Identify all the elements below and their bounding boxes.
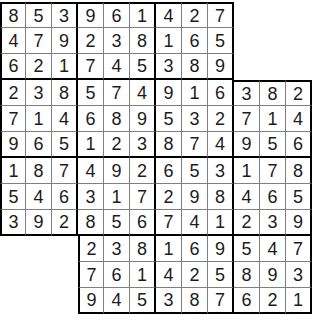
cell-r8c5[interactable]: 1 (104, 184, 130, 210)
cell-r6c5[interactable]: 2 (104, 132, 130, 158)
page: 8539614274792381656217453892385749163827… (0, 0, 312, 320)
cell-r7c10[interactable]: 1 (234, 158, 260, 184)
cell-r10c8[interactable]: 6 (182, 236, 208, 262)
cell-r6c2[interactable]: 6 (26, 132, 52, 158)
cell-r3c7[interactable]: 3 (156, 54, 182, 80)
cell-r9c2[interactable]: 9 (26, 210, 52, 236)
cell-r7c1[interactable]: 1 (0, 158, 26, 184)
cell-r2c4[interactable]: 2 (78, 28, 104, 54)
cell-r2c2[interactable]: 7 (26, 28, 52, 54)
cell-r3c6[interactable]: 5 (130, 54, 156, 80)
cell-r12c5[interactable]: 4 (104, 288, 130, 314)
empty-space (0, 262, 26, 288)
cell-r8c6[interactable]: 7 (130, 184, 156, 210)
cell-r5c8[interactable]: 3 (182, 106, 208, 132)
empty-space (260, 28, 286, 54)
cell-r8c2[interactable]: 4 (26, 184, 52, 210)
cell-r1c5[interactable]: 6 (104, 2, 130, 28)
cell-r4c5[interactable]: 7 (104, 80, 130, 106)
cell-r6c4[interactable]: 1 (78, 132, 104, 158)
cell-r6c7[interactable]: 8 (156, 132, 182, 158)
cell-r1c1[interactable]: 8 (0, 2, 26, 28)
cell-r5c2[interactable]: 1 (26, 106, 52, 132)
cell-r6c9[interactable]: 4 (208, 132, 234, 158)
cell-r4c1[interactable]: 2 (0, 80, 26, 106)
cell-r12c8[interactable]: 8 (182, 288, 208, 314)
cell-r7c5[interactable]: 9 (104, 158, 130, 184)
empty-space (286, 28, 312, 54)
cell-r12c9[interactable]: 7 (208, 288, 234, 314)
cell-r2c6[interactable]: 8 (130, 28, 156, 54)
cell-r1c9[interactable]: 7 (208, 2, 234, 28)
cell-r7c2[interactable]: 8 (26, 158, 52, 184)
cell-r3c4[interactable]: 7 (78, 54, 104, 80)
cell-r11c7[interactable]: 4 (156, 262, 182, 288)
cell-r6c8[interactable]: 7 (182, 132, 208, 158)
cell-r11c6[interactable]: 1 (130, 262, 156, 288)
cell-r9c11[interactable]: 3 (260, 210, 286, 236)
cell-r2c3[interactable]: 9 (52, 28, 78, 54)
empty-space (286, 54, 312, 80)
cell-r1c8[interactable]: 2 (182, 2, 208, 28)
cell-r11c4[interactable]: 7 (78, 262, 104, 288)
empty-space (234, 54, 260, 80)
cell-r8c4[interactable]: 3 (78, 184, 104, 210)
cell-r6c6[interactable]: 3 (130, 132, 156, 158)
cell-r1c6[interactable]: 1 (130, 2, 156, 28)
cell-r4c7[interactable]: 9 (156, 80, 182, 106)
cell-r10c4[interactable]: 2 (78, 236, 104, 262)
cell-r5c10[interactable]: 7 (234, 106, 260, 132)
cell-r9c5[interactable]: 5 (104, 210, 130, 236)
cell-r2c1[interactable]: 4 (0, 28, 26, 54)
cell-r3c3[interactable]: 1 (52, 54, 78, 80)
cell-r10c12[interactable]: 7 (286, 236, 312, 262)
cell-r9c12[interactable]: 9 (286, 210, 312, 236)
empty-space (286, 2, 312, 28)
cell-r1c4[interactable]: 9 (78, 2, 104, 28)
twin-sudoku-board: 8539614274792381656217453892385749163827… (0, 2, 312, 314)
cell-r11c5[interactable]: 6 (104, 262, 130, 288)
cell-r10c11[interactable]: 4 (260, 236, 286, 262)
cell-r2c7[interactable]: 1 (156, 28, 182, 54)
cell-r9c9[interactable]: 1 (208, 210, 234, 236)
cell-r12c10[interactable]: 6 (234, 288, 260, 314)
cell-r8c7[interactable]: 2 (156, 184, 182, 210)
empty-space (234, 2, 260, 28)
cell-r11c10[interactable]: 8 (234, 262, 260, 288)
empty-space (26, 288, 52, 314)
cell-r10c6[interactable]: 8 (130, 236, 156, 262)
cell-r8c8[interactable]: 9 (182, 184, 208, 210)
cell-r5c9[interactable]: 2 (208, 106, 234, 132)
cell-r9c8[interactable]: 4 (182, 210, 208, 236)
empty-space (52, 236, 78, 262)
cell-r8c11[interactable]: 6 (260, 184, 286, 210)
cell-r1c2[interactable]: 5 (26, 2, 52, 28)
cell-r9c7[interactable]: 7 (156, 210, 182, 236)
cell-r9c3[interactable]: 2 (52, 210, 78, 236)
cell-r3c9[interactable]: 9 (208, 54, 234, 80)
empty-space (52, 288, 78, 314)
cell-r2c5[interactable]: 3 (104, 28, 130, 54)
empty-space (260, 2, 286, 28)
empty-space (52, 262, 78, 288)
cell-r9c10[interactable]: 2 (234, 210, 260, 236)
cell-r3c1[interactable]: 6 (0, 54, 26, 80)
cell-r3c5[interactable]: 4 (104, 54, 130, 80)
cell-r12c6[interactable]: 5 (130, 288, 156, 314)
cell-r6c10[interactable]: 9 (234, 132, 260, 158)
cell-r12c12[interactable]: 1 (286, 288, 312, 314)
empty-space (234, 28, 260, 54)
cell-r7c8[interactable]: 5 (182, 158, 208, 184)
cell-r6c11[interactable]: 5 (260, 132, 286, 158)
cell-r8c9[interactable]: 8 (208, 184, 234, 210)
cell-r10c10[interactable]: 5 (234, 236, 260, 262)
cell-r4c11[interactable]: 8 (260, 80, 286, 106)
cell-r2c9[interactable]: 5 (208, 28, 234, 54)
cell-r5c5[interactable]: 8 (104, 106, 130, 132)
empty-space (260, 54, 286, 80)
cell-r9c1[interactable]: 3 (0, 210, 26, 236)
cell-r10c9[interactable]: 9 (208, 236, 234, 262)
cell-r5c7[interactable]: 5 (156, 106, 182, 132)
cell-r12c11[interactable]: 2 (260, 288, 286, 314)
cell-r7c6[interactable]: 2 (130, 158, 156, 184)
cell-r6c3[interactable]: 5 (52, 132, 78, 158)
cell-r10c7[interactable]: 1 (156, 236, 182, 262)
cell-r5c12[interactable]: 4 (286, 106, 312, 132)
cell-r8c10[interactable]: 4 (234, 184, 260, 210)
cell-r7c9[interactable]: 3 (208, 158, 234, 184)
cell-r2c8[interactable]: 6 (182, 28, 208, 54)
cell-r11c11[interactable]: 9 (260, 262, 286, 288)
cell-r4c10[interactable]: 3 (234, 80, 260, 106)
cell-r5c4[interactable]: 6 (78, 106, 104, 132)
cell-r9c4[interactable]: 8 (78, 210, 104, 236)
cell-r8c3[interactable]: 6 (52, 184, 78, 210)
cell-r4c3[interactable]: 8 (52, 80, 78, 106)
cell-r4c9[interactable]: 6 (208, 80, 234, 106)
cell-r3c8[interactable]: 8 (182, 54, 208, 80)
cell-r11c8[interactable]: 2 (182, 262, 208, 288)
cell-r12c7[interactable]: 3 (156, 288, 182, 314)
empty-space (0, 236, 26, 262)
cell-r7c12[interactable]: 8 (286, 158, 312, 184)
cell-r11c12[interactable]: 3 (286, 262, 312, 288)
cell-r8c12[interactable]: 5 (286, 184, 312, 210)
cell-r6c1[interactable]: 9 (0, 132, 26, 158)
empty-space (26, 262, 52, 288)
cell-r10c5[interactable]: 3 (104, 236, 130, 262)
cell-r4c8[interactable]: 1 (182, 80, 208, 106)
empty-space (0, 288, 26, 314)
cell-r3c2[interactable]: 2 (26, 54, 52, 80)
cell-r4c4[interactable]: 5 (78, 80, 104, 106)
cell-r5c1[interactable]: 7 (0, 106, 26, 132)
cell-r4c6[interactable]: 4 (130, 80, 156, 106)
cell-r8c1[interactable]: 5 (0, 184, 26, 210)
cell-r9c6[interactable]: 6 (130, 210, 156, 236)
cell-r7c7[interactable]: 6 (156, 158, 182, 184)
cell-r7c11[interactable]: 7 (260, 158, 286, 184)
cell-r4c12[interactable]: 2 (286, 80, 312, 106)
cell-r5c11[interactable]: 1 (260, 106, 286, 132)
cell-r1c7[interactable]: 4 (156, 2, 182, 28)
cell-r5c6[interactable]: 9 (130, 106, 156, 132)
cell-r7c4[interactable]: 4 (78, 158, 104, 184)
cell-r5c3[interactable]: 4 (52, 106, 78, 132)
cell-r6c12[interactable]: 6 (286, 132, 312, 158)
empty-space (26, 236, 52, 262)
cell-r11c9[interactable]: 5 (208, 262, 234, 288)
cell-r1c3[interactable]: 3 (52, 2, 78, 28)
cell-r4c2[interactable]: 3 (26, 80, 52, 106)
cell-r12c4[interactable]: 9 (78, 288, 104, 314)
cell-r7c3[interactable]: 7 (52, 158, 78, 184)
